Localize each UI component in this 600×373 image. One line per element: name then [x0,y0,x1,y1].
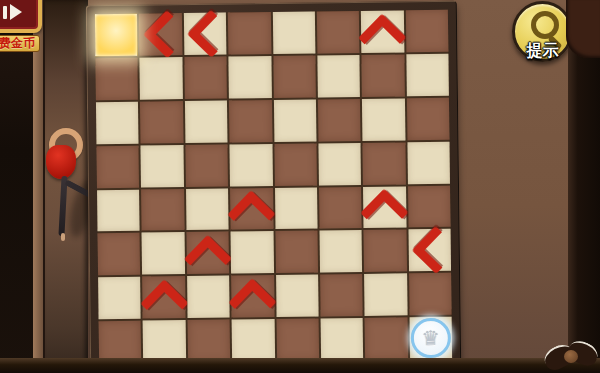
board-cell-r3c3[interactable] [230,144,273,186]
board-cell-r0c3[interactable] [228,12,271,54]
board-cell-r6c7[interactable] [409,273,452,315]
board-cell-r6c6[interactable] [364,274,407,316]
board-cell-r7c3[interactable] [232,319,275,361]
board-cell-r6c3[interactable] [231,275,274,317]
board-cell-r7c5[interactable] [320,318,363,360]
play-triangle-icon [10,4,22,20]
hint-button-label: 提示 [515,41,570,62]
board-cell-r2c1[interactable] [140,101,183,143]
board-cell-r6c5[interactable] [320,274,363,316]
board-cell-r1c1[interactable] [140,57,183,99]
magnifier-icon [531,11,559,39]
ballerina-foot [61,233,65,241]
board-cell-r7c7[interactable]: ♛ [409,317,452,359]
board-cell-r3c6[interactable] [363,142,406,184]
floor-strip [0,358,600,373]
board-cell-r5c0[interactable] [98,233,141,275]
board-cell-r4c0[interactable] [97,189,140,231]
board-cell-r1c0[interactable] [95,58,138,100]
ballerina-red-bodice [46,145,76,179]
board-cell-r3c7[interactable] [407,141,450,183]
video-play-icon [3,6,7,19]
board-cell-r2c4[interactable] [273,99,316,141]
board-cell-r0c1[interactable] [139,13,182,55]
board-cell-r4c4[interactable] [275,187,318,229]
board-cell-r6c4[interactable] [276,275,319,317]
board-cell-r0c5[interactable] [317,11,360,53]
board-cell-r7c0[interactable] [99,321,142,363]
board-cell-r3c2[interactable] [185,144,228,186]
board-cell-r1c5[interactable] [317,55,360,97]
board-cell-r7c2[interactable] [187,320,230,362]
board-cell-r5c6[interactable] [364,230,407,272]
board-cell-r0c2[interactable] [184,13,227,55]
board-cell-r0c6[interactable] [361,10,404,52]
queen-crown-icon: ♛ [422,328,440,348]
board-frame: ♛ [86,1,461,373]
board: ♛ [95,10,452,363]
board-cell-r4c3[interactable] [230,188,273,230]
board-cell-r1c3[interactable] [229,56,272,98]
ballerina-figurine [38,128,90,246]
board-cell-r5c1[interactable] [142,232,185,274]
board-cell-r3c1[interactable] [141,145,184,187]
board-cell-r3c4[interactable] [274,143,317,185]
board-cell-r6c1[interactable] [142,276,185,318]
video-ad-marquee [0,0,42,33]
bottom-right-knot-decor [544,336,600,373]
board-cell-r0c7[interactable] [405,10,448,52]
board-cell-r2c2[interactable] [185,100,228,142]
board-cell-r2c7[interactable] [407,98,450,140]
board-cell-r3c0[interactable] [96,145,139,187]
board-cell-r1c2[interactable] [184,56,227,98]
board-cell-r7c4[interactable] [276,319,319,361]
left-dark-doorway [0,0,34,373]
board-cell-r2c5[interactable] [318,99,361,141]
board-cell-r5c3[interactable] [231,231,274,273]
board-cell-r5c5[interactable] [319,230,362,272]
board-cell-r4c5[interactable] [319,186,362,228]
board-cell-r5c4[interactable] [275,231,318,273]
board-cell-r4c7[interactable] [408,185,451,227]
board-cell-r6c2[interactable] [187,276,230,318]
board-cell-r5c7[interactable] [408,229,451,271]
board-cell-r1c4[interactable] [273,55,316,97]
board-cell-r0c4[interactable] [272,11,315,53]
free-coins-button[interactable]: 免费金币 [0,0,44,52]
board-cell-r4c1[interactable] [141,189,184,231]
board-cell-r7c1[interactable] [143,320,186,362]
board-cell-r4c2[interactable] [186,188,229,230]
right-top-furniture [566,0,600,58]
free-coins-label: 免费金币 [0,35,40,52]
board-cell-r7c6[interactable] [365,318,408,360]
board-cell-r5c2[interactable] [186,232,229,274]
board-cell-r2c6[interactable] [362,98,405,140]
board-cell-r2c3[interactable] [229,100,272,142]
queen-crown-badge: ♛ [410,318,450,358]
board-cell-r2c0[interactable] [96,101,139,143]
board-cell-r1c7[interactable] [406,54,449,96]
board-cell-r3c5[interactable] [318,143,361,185]
left-arrow-icon [412,226,460,274]
board-cell-r4c6[interactable] [363,186,406,228]
hint-button[interactable]: 提示 [512,1,573,62]
highlighted-target-square[interactable] [95,14,138,56]
board-cell-r6c0[interactable] [98,277,141,319]
knot-knob-icon [564,350,578,363]
board-cell-r1c6[interactable] [362,54,405,96]
